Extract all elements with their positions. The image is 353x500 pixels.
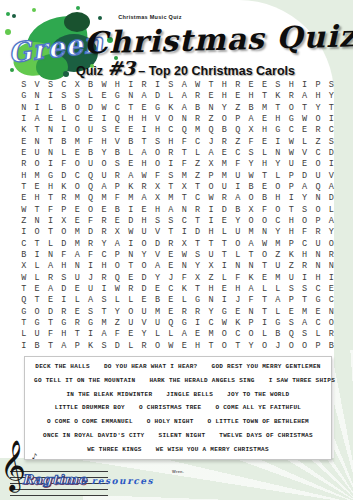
grid-cell[interactable]: I [44,91,57,102]
grid-cell[interactable]: M [178,171,191,182]
grid-cell[interactable]: Q [178,125,191,136]
grid-cell[interactable]: Y [298,193,311,204]
grid-cell[interactable]: B [271,329,284,340]
grid-cell[interactable]: N [231,261,244,272]
grid-cell[interactable]: B [258,193,271,204]
grid-cell[interactable]: A [97,329,110,340]
grid-cell[interactable]: F [231,159,244,170]
grid-cell[interactable]: N [271,148,284,159]
grid-cell[interactable]: C [311,318,324,329]
grid-cell[interactable]: H [271,193,284,204]
grid-cell[interactable]: G [44,171,57,182]
grid-cell[interactable]: F [178,137,191,148]
grid-cell[interactable]: E [218,284,231,295]
grid-cell[interactable]: I [84,329,97,340]
grid-cell[interactable]: O [71,159,84,170]
grid-cell[interactable]: O [231,239,244,250]
grid-cell[interactable]: I [124,205,137,216]
grid-cell[interactable]: C [311,284,324,295]
grid-cell[interactable]: T [258,91,271,102]
grid-cell[interactable]: T [325,103,338,114]
grid-cell[interactable]: A [124,171,137,182]
grid-cell[interactable]: Q [17,295,30,306]
grid-cell[interactable]: E [137,205,150,216]
grid-cell[interactable]: G [178,318,191,329]
grid-cell[interactable]: I [44,159,57,170]
grid-cell[interactable]: O [151,148,164,159]
grid-cell[interactable]: P [311,80,324,91]
grid-cell[interactable]: L [151,329,164,340]
grid-cell[interactable]: Z [231,103,244,114]
grid-cell[interactable]: O [271,205,284,216]
grid-cell[interactable]: U [137,227,150,238]
grid-cell[interactable]: B [111,205,124,216]
grid-cell[interactable]: X [191,273,204,284]
grid-cell[interactable]: E [71,284,84,295]
grid-cell[interactable]: U [71,273,84,284]
grid-cell[interactable]: E [124,329,137,340]
grid-cell[interactable]: A [298,91,311,102]
grid-cell[interactable]: G [111,91,124,102]
grid-cell[interactable]: T [164,227,177,238]
grid-cell[interactable]: O [151,341,164,352]
grid-cell[interactable]: D [151,239,164,250]
grid-cell[interactable]: S [97,125,110,136]
grid-cell[interactable]: M [298,307,311,318]
grid-cell[interactable]: W [164,341,177,352]
grid-cell[interactable]: I [17,341,30,352]
grid-cell[interactable]: L [84,91,97,102]
grid-cell[interactable]: S [298,205,311,216]
grid-cell[interactable]: R [71,318,84,329]
grid-cell[interactable]: Y [325,227,338,238]
grid-cell[interactable]: S [71,91,84,102]
grid-cell[interactable]: R [191,307,204,318]
grid-cell[interactable]: R [311,125,324,136]
grid-cell[interactable]: H [285,80,298,91]
grid-cell[interactable]: M [151,307,164,318]
grid-cell[interactable]: R [178,307,191,318]
grid-cell[interactable]: A [44,261,57,272]
grid-cell[interactable]: T [191,239,204,250]
grid-cell[interactable]: T [191,216,204,227]
grid-cell[interactable]: P [71,341,84,352]
grid-cell[interactable]: K [57,182,70,193]
grid-cell[interactable]: E [258,137,271,148]
grid-cell[interactable]: B [84,148,97,159]
grid-cell[interactable]: Y [325,91,338,102]
grid-cell[interactable]: B [151,295,164,306]
grid-cell[interactable]: Z [191,171,204,182]
grid-cell[interactable]: H [218,80,231,91]
grid-cell[interactable]: T [44,318,57,329]
grid-cell[interactable]: L [124,295,137,306]
grid-cell[interactable]: U [124,318,137,329]
grid-cell[interactable]: U [97,171,110,182]
grid-cell[interactable]: R [137,182,150,193]
grid-cell[interactable]: T [97,307,110,318]
grid-cell[interactable]: T [178,193,191,204]
grid-cell[interactable]: S [244,148,257,159]
grid-cell[interactable]: H [97,137,110,148]
grid-cell[interactable]: Y [244,341,257,352]
grid-cell[interactable]: N [124,250,137,261]
grid-cell[interactable]: E [17,193,30,204]
grid-cell[interactable]: I [97,114,110,125]
grid-cell[interactable]: O [137,239,150,250]
grid-cell[interactable]: N [244,307,257,318]
grid-cell[interactable]: H [285,227,298,238]
grid-cell[interactable]: T [204,341,217,352]
grid-cell[interactable]: A [44,284,57,295]
grid-cell[interactable]: C [164,284,177,295]
grid-cell[interactable]: X [204,261,217,272]
grid-cell[interactable]: T [17,182,30,193]
grid-cell[interactable]: Z [17,216,30,227]
grid-cell[interactable]: M [30,171,43,182]
grid-cell[interactable]: X [71,80,84,91]
grid-cell[interactable]: L [218,227,231,238]
grid-cell[interactable]: T [30,239,43,250]
grid-cell[interactable]: M [71,227,84,238]
grid-cell[interactable]: G [30,318,43,329]
grid-cell[interactable]: L [44,239,57,250]
grid-cell[interactable]: E [285,307,298,318]
grid-cell[interactable]: K [17,125,30,136]
grid-cell[interactable]: I [124,239,137,250]
grid-cell[interactable]: C [17,239,30,250]
grid-cell[interactable]: O [244,329,257,340]
grid-cell[interactable]: E [258,273,271,284]
grid-cell[interactable]: K [164,103,177,114]
grid-cell[interactable]: D [137,284,150,295]
grid-cell[interactable]: E [191,329,204,340]
grid-cell[interactable]: O [298,341,311,352]
grid-cell[interactable]: O [30,227,43,238]
grid-cell[interactable]: D [57,284,70,295]
grid-cell[interactable]: R [97,227,110,238]
grid-cell[interactable]: Z [111,318,124,329]
grid-cell[interactable]: H [258,125,271,136]
grid-cell[interactable]: E [164,261,177,272]
grid-cell[interactable]: L [178,295,191,306]
grid-cell[interactable]: E [71,216,84,227]
grid-cell[interactable]: J [164,273,177,284]
grid-cell[interactable]: I [97,284,110,295]
grid-cell[interactable]: O [71,182,84,193]
grid-cell[interactable]: U [285,273,298,284]
grid-cell[interactable]: H [44,182,57,193]
grid-cell[interactable]: C [71,171,84,182]
grid-cell[interactable]: U [311,239,324,250]
grid-cell[interactable]: P [111,182,124,193]
grid-cell[interactable]: F [244,295,257,306]
grid-cell[interactable]: I [258,318,271,329]
grid-cell[interactable]: E [244,80,257,91]
grid-cell[interactable]: A [137,91,150,102]
grid-cell[interactable]: E [111,216,124,227]
grid-cell[interactable]: B [57,137,70,148]
grid-cell[interactable]: Y [191,261,204,272]
grid-cell[interactable]: F [111,193,124,204]
grid-cell[interactable]: X [178,182,191,193]
grid-cell[interactable]: P [57,205,70,216]
grid-cell[interactable]: C [111,103,124,114]
grid-cell[interactable]: N [44,125,57,136]
grid-cell[interactable]: O [124,307,137,318]
grid-cell[interactable]: N [44,148,57,159]
grid-cell[interactable]: R [84,239,97,250]
grid-cell[interactable]: A [71,250,84,261]
grid-cell[interactable]: A [97,182,110,193]
grid-cell[interactable]: P [285,239,298,250]
grid-cell[interactable]: B [111,148,124,159]
grid-cell[interactable]: A [178,103,191,114]
grid-cell[interactable]: E [218,216,231,227]
grid-cell[interactable]: P [285,295,298,306]
grid-cell[interactable]: H [57,261,70,272]
grid-cell[interactable]: L [191,148,204,159]
grid-cell[interactable]: O [71,103,84,114]
grid-cell[interactable]: D [84,227,97,238]
grid-cell[interactable]: S [97,341,110,352]
grid-cell[interactable]: Q [111,114,124,125]
grid-cell[interactable]: I [151,80,164,91]
grid-cell[interactable]: C [311,148,324,159]
grid-cell[interactable]: Q [84,171,97,182]
grid-cell[interactable]: N [178,205,191,216]
grid-cell[interactable]: C [178,216,191,227]
grid-cell[interactable]: E [298,125,311,136]
grid-cell[interactable]: C [271,216,284,227]
grid-cell[interactable]: R [218,193,231,204]
grid-cell[interactable]: L [271,171,284,182]
grid-cell[interactable]: T [44,137,57,148]
grid-cell[interactable]: L [271,284,284,295]
grid-cell[interactable]: L [325,205,338,216]
grid-cell[interactable]: T [298,103,311,114]
grid-cell[interactable]: T [164,182,177,193]
grid-cell[interactable]: E [311,307,324,318]
grid-cell[interactable]: B [17,250,30,261]
grid-cell[interactable]: I [218,261,231,272]
grid-cell[interactable]: S [285,318,298,329]
grid-cell[interactable]: F [244,137,257,148]
grid-cell[interactable]: F [178,273,191,284]
grid-cell[interactable]: A [151,261,164,272]
grid-cell[interactable]: T [44,193,57,204]
grid-cell[interactable]: H [164,137,177,148]
grid-cell[interactable]: R [124,284,137,295]
grid-cell[interactable]: N [204,103,217,114]
grid-cell[interactable]: C [191,193,204,204]
grid-cell[interactable]: I [164,159,177,170]
grid-cell[interactable]: R [325,250,338,261]
grid-cell[interactable]: O [30,307,43,318]
grid-cell[interactable]: L [271,307,284,318]
grid-cell[interactable]: A [325,182,338,193]
grid-cell[interactable]: Z [204,114,217,125]
grid-cell[interactable]: P [311,216,324,227]
grid-cell[interactable]: O [311,114,324,125]
grid-cell[interactable]: R [137,80,150,91]
grid-cell[interactable]: D [44,307,57,318]
grid-cell[interactable]: W [244,171,257,182]
grid-cell[interactable]: S [84,307,97,318]
grid-cell[interactable]: I [84,261,97,272]
grid-cell[interactable]: L [44,103,57,114]
grid-cell[interactable]: O [258,216,271,227]
grid-cell[interactable]: B [244,103,257,114]
grid-cell[interactable]: S [325,80,338,91]
grid-cell[interactable]: W [285,148,298,159]
grid-cell[interactable]: C [191,137,204,148]
grid-cell[interactable]: O [258,250,271,261]
grid-cell[interactable]: T [44,227,57,238]
grid-cell[interactable]: I [325,114,338,125]
grid-cell[interactable]: T [191,182,204,193]
grid-cell[interactable]: E [178,341,191,352]
grid-cell[interactable]: Z [271,250,284,261]
grid-cell[interactable]: U [231,171,244,182]
grid-cell[interactable]: J [231,295,244,306]
grid-cell[interactable]: G [17,307,30,318]
grid-cell[interactable]: D [137,273,150,284]
grid-cell[interactable]: A [57,341,70,352]
grid-cell[interactable]: O [97,159,110,170]
grid-cell[interactable]: T [244,250,257,261]
grid-cell[interactable]: H [30,193,43,204]
grid-cell[interactable]: D [325,193,338,204]
grid-cell[interactable]: P [311,341,324,352]
grid-cell[interactable]: L [57,114,70,125]
grid-cell[interactable]: Q [231,125,244,136]
grid-cell[interactable]: E [44,114,57,125]
grid-cell[interactable]: T [17,284,30,295]
grid-cell[interactable]: T [218,250,231,261]
grid-cell[interactable]: I [271,137,284,148]
grid-cell[interactable]: W [97,103,110,114]
grid-cell[interactable]: A [244,239,257,250]
grid-cell[interactable]: G [84,318,97,329]
grid-cell[interactable]: V [151,250,164,261]
grid-cell[interactable]: G [218,307,231,318]
grid-cell[interactable]: X [244,205,257,216]
grid-cell[interactable]: D [218,205,231,216]
grid-cell[interactable]: Y [244,159,257,170]
grid-cell[interactable]: S [164,80,177,91]
grid-cell[interactable]: B [231,205,244,216]
grid-cell[interactable]: C [164,125,177,136]
grid-cell[interactable]: E [258,182,271,193]
grid-cell[interactable]: K [84,341,97,352]
grid-cell[interactable]: V [137,318,150,329]
grid-cell[interactable]: U [204,250,217,261]
grid-cell[interactable]: G [311,295,324,306]
grid-cell[interactable]: B [84,80,97,91]
grid-cell[interactable]: B [57,103,70,114]
grid-cell[interactable]: O [258,341,271,352]
grid-cell[interactable]: R [111,171,124,182]
grid-cell[interactable]: H [17,171,30,182]
grid-cell[interactable]: B [30,341,43,352]
grid-cell[interactable]: G [151,103,164,114]
grid-cell[interactable]: P [285,171,298,182]
grid-cell[interactable]: J [84,273,97,284]
grid-cell[interactable]: W [124,227,137,238]
grid-cell[interactable]: Y [231,216,244,227]
grid-cell[interactable]: I [191,318,204,329]
grid-cell[interactable]: C [97,250,110,261]
grid-cell[interactable]: K [271,91,284,102]
grid-cell[interactable]: Y [311,103,324,114]
grid-cell[interactable]: H [311,91,324,102]
grid-cell[interactable]: T [30,125,43,136]
grid-cell[interactable]: W [17,205,30,216]
grid-cell[interactable]: A [137,148,150,159]
grid-cell[interactable]: T [218,239,231,250]
grid-cell[interactable]: S [57,91,70,102]
grid-cell[interactable]: A [111,239,124,250]
grid-cell[interactable]: A [204,148,217,159]
grid-cell[interactable]: V [325,171,338,182]
grid-cell[interactable]: S [164,216,177,227]
grid-cell[interactable]: Y [111,307,124,318]
grid-cell[interactable]: M [97,318,110,329]
grid-cell[interactable]: L [30,273,43,284]
grid-cell[interactable]: N [17,103,30,114]
grid-cell[interactable]: S [97,295,110,306]
grid-cell[interactable]: U [218,182,231,193]
grid-cell[interactable]: R [218,137,231,148]
grid-cell[interactable]: Z [311,137,324,148]
grid-cell[interactable]: H [285,216,298,227]
grid-cell[interactable]: T [44,341,57,352]
grid-cell[interactable]: T [258,261,271,272]
grid-cell[interactable]: G [17,91,30,102]
grid-cell[interactable]: E [151,284,164,295]
grid-cell[interactable]: R [191,91,204,102]
grid-cell[interactable]: G [271,318,284,329]
grid-cell[interactable]: N [244,261,257,272]
grid-cell[interactable]: X [178,239,191,250]
grid-cell[interactable]: C [231,329,244,340]
grid-cell[interactable]: F [84,137,97,148]
grid-cell[interactable]: E [204,91,217,102]
grid-cell[interactable]: S [151,137,164,148]
grid-cell[interactable]: Y [137,250,150,261]
grid-cell[interactable]: R [97,273,110,284]
grid-cell[interactable]: M [258,103,271,114]
grid-cell[interactable]: X [17,261,30,272]
grid-cell[interactable]: D [111,341,124,352]
grid-cell[interactable]: H [124,114,137,125]
grid-cell[interactable]: N [178,114,191,125]
grid-cell[interactable]: V [298,148,311,159]
grid-cell[interactable]: I [17,227,30,238]
grid-cell[interactable]: M [97,193,110,204]
grid-cell[interactable]: Q [164,318,177,329]
grid-cell[interactable]: E [97,205,110,216]
grid-cell[interactable]: L [124,341,137,352]
grid-cell[interactable]: F [44,329,57,340]
grid-cell[interactable]: T [258,307,271,318]
grid-cell[interactable]: Y [97,239,110,250]
grid-cell[interactable]: E [71,307,84,318]
grid-cell[interactable]: I [298,80,311,91]
grid-cell[interactable]: O [311,205,324,216]
grid-cell[interactable]: P [244,318,257,329]
